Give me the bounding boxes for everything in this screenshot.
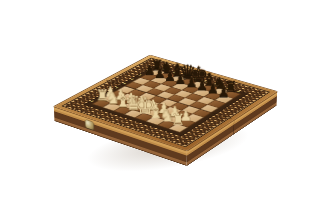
chess-board-3d: ♜♞♝♛♚♝♞♜♟♟♟♟♟♟♟♟♟♟♟♟♟♟♟♟♜♞♝♛♚♝♞♜ — [54, 55, 277, 151]
board-frame: ♜♞♝♛♚♝♞♜♟♟♟♟♟♟♟♟♟♟♟♟♟♟♟♟♜♞♝♛♚♝♞♜ — [54, 55, 277, 151]
fold-seam-side — [233, 120, 234, 135]
product-photo-scene: ♜♞♝♛♚♝♞♜♟♟♟♟♟♟♟♟♟♟♟♟♟♟♟♟♜♞♝♛♚♝♞♜ — [0, 0, 320, 214]
perspective-scene: ♜♞♝♛♚♝♞♜♟♟♟♟♟♟♟♟♟♟♟♟♟♟♟♟♜♞♝♛♚♝♞♜ — [0, 0, 320, 214]
clasp-latch-icon — [85, 120, 93, 130]
white-rook: ♜ — [171, 112, 185, 128]
black-pawn: ♟ — [218, 86, 230, 100]
